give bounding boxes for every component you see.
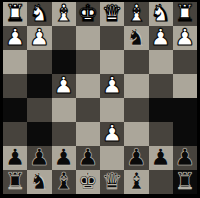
- square-e2[interactable]: [76, 26, 100, 50]
- square-e6[interactable]: [76, 122, 100, 146]
- square-f1[interactable]: ♝: [52, 2, 76, 26]
- square-e4[interactable]: [76, 74, 100, 98]
- square-a6[interactable]: [173, 122, 197, 146]
- square-a4[interactable]: [173, 74, 197, 98]
- black-pawn: ♟: [53, 146, 74, 169]
- square-h1[interactable]: ♜: [3, 2, 27, 26]
- square-g3[interactable]: [27, 50, 51, 74]
- square-e7[interactable]: ♟: [76, 146, 100, 170]
- square-d2[interactable]: [100, 26, 124, 50]
- square-e5[interactable]: [76, 98, 100, 122]
- square-g2[interactable]: ♟: [27, 26, 51, 50]
- square-c3[interactable]: [124, 50, 148, 74]
- white-pawn: ♟: [5, 26, 26, 49]
- square-a2[interactable]: ♟: [173, 26, 197, 50]
- white-pawn: ♟: [102, 122, 123, 145]
- square-b3[interactable]: [149, 50, 173, 74]
- square-d5[interactable]: [100, 98, 124, 122]
- square-e8[interactable]: ♚: [76, 170, 100, 194]
- square-d3[interactable]: [100, 50, 124, 74]
- square-h8[interactable]: ♜: [3, 170, 27, 194]
- black-knight: ♞: [29, 170, 50, 193]
- black-pawn: ♟: [5, 146, 26, 169]
- square-f5[interactable]: [52, 98, 76, 122]
- square-a5[interactable]: [173, 98, 197, 122]
- square-c7[interactable]: ♟: [124, 146, 148, 170]
- square-f6[interactable]: [52, 122, 76, 146]
- square-d8[interactable]: ♛: [100, 170, 124, 194]
- square-b7[interactable]: ♟: [149, 146, 173, 170]
- square-d4[interactable]: ♟: [100, 74, 124, 98]
- square-c5[interactable]: [124, 98, 148, 122]
- square-c2[interactable]: ♞: [124, 26, 148, 50]
- square-f3[interactable]: [52, 50, 76, 74]
- square-b5[interactable]: [149, 98, 173, 122]
- black-bishop: ♝: [53, 170, 74, 193]
- black-pawn: ♟: [126, 146, 147, 169]
- square-a1[interactable]: ♜: [173, 2, 197, 26]
- black-pawn: ♟: [150, 146, 171, 169]
- white-pawn: ♟: [175, 26, 196, 49]
- white-pawn: ♟: [29, 26, 50, 49]
- white-pawn: ♟: [150, 26, 171, 49]
- square-b8[interactable]: [149, 170, 173, 194]
- white-knight: ♞: [29, 2, 50, 25]
- black-pawn: ♟: [175, 146, 196, 169]
- square-c6[interactable]: [124, 122, 148, 146]
- square-c8[interactable]: ♝: [124, 170, 148, 194]
- white-pawn: ♟: [102, 74, 123, 97]
- chess-board: ♜♞♝♚♛♝♞♜♟♟♞♟♟♟♟♟♟♟♟♟♟♟♟♜♞♝♚♛♝♜: [3, 2, 197, 194]
- square-f7[interactable]: ♟: [52, 146, 76, 170]
- square-h2[interactable]: ♟: [3, 26, 27, 50]
- white-king: ♚: [78, 2, 99, 25]
- square-a7[interactable]: ♟: [173, 146, 197, 170]
- square-a3[interactable]: [173, 50, 197, 74]
- chess-board-frame: ♜♞♝♚♛♝♞♜♟♟♞♟♟♟♟♟♟♟♟♟♟♟♟♜♞♝♚♛♝♜: [0, 0, 200, 198]
- black-knight: ♞: [126, 26, 147, 49]
- square-c4[interactable]: [124, 74, 148, 98]
- black-queen: ♛: [102, 170, 123, 193]
- white-rook: ♜: [175, 2, 196, 25]
- white-rook: ♜: [5, 2, 26, 25]
- black-rook: ♜: [5, 170, 26, 193]
- square-d7[interactable]: [100, 146, 124, 170]
- square-b6[interactable]: [149, 122, 173, 146]
- square-d1[interactable]: ♛: [100, 2, 124, 26]
- white-knight: ♞: [150, 2, 171, 25]
- white-pawn: ♟: [53, 74, 74, 97]
- black-pawn: ♟: [29, 146, 50, 169]
- square-b2[interactable]: ♟: [149, 26, 173, 50]
- black-king: ♚: [78, 170, 99, 193]
- square-f2[interactable]: [52, 26, 76, 50]
- white-bishop: ♝: [126, 2, 147, 25]
- square-e3[interactable]: [76, 50, 100, 74]
- square-h5[interactable]: [3, 98, 27, 122]
- black-pawn: ♟: [78, 146, 99, 169]
- square-g6[interactable]: [27, 122, 51, 146]
- square-f8[interactable]: ♝: [52, 170, 76, 194]
- white-bishop: ♝: [53, 2, 74, 25]
- square-h7[interactable]: ♟: [3, 146, 27, 170]
- square-h6[interactable]: [3, 122, 27, 146]
- black-rook: ♜: [175, 170, 196, 193]
- square-h3[interactable]: [3, 50, 27, 74]
- square-b1[interactable]: ♞: [149, 2, 173, 26]
- white-queen: ♛: [102, 2, 123, 25]
- square-g8[interactable]: ♞: [27, 170, 51, 194]
- square-b4[interactable]: [149, 74, 173, 98]
- black-bishop: ♝: [126, 170, 147, 193]
- square-c1[interactable]: ♝: [124, 2, 148, 26]
- square-g5[interactable]: [27, 98, 51, 122]
- square-d6[interactable]: ♟: [100, 122, 124, 146]
- square-g7[interactable]: ♟: [27, 146, 51, 170]
- square-e1[interactable]: ♚: [76, 2, 100, 26]
- square-f4[interactable]: ♟: [52, 74, 76, 98]
- square-a8[interactable]: ♜: [173, 170, 197, 194]
- square-g1[interactable]: ♞: [27, 2, 51, 26]
- square-h4[interactable]: [3, 74, 27, 98]
- square-g4[interactable]: [27, 74, 51, 98]
